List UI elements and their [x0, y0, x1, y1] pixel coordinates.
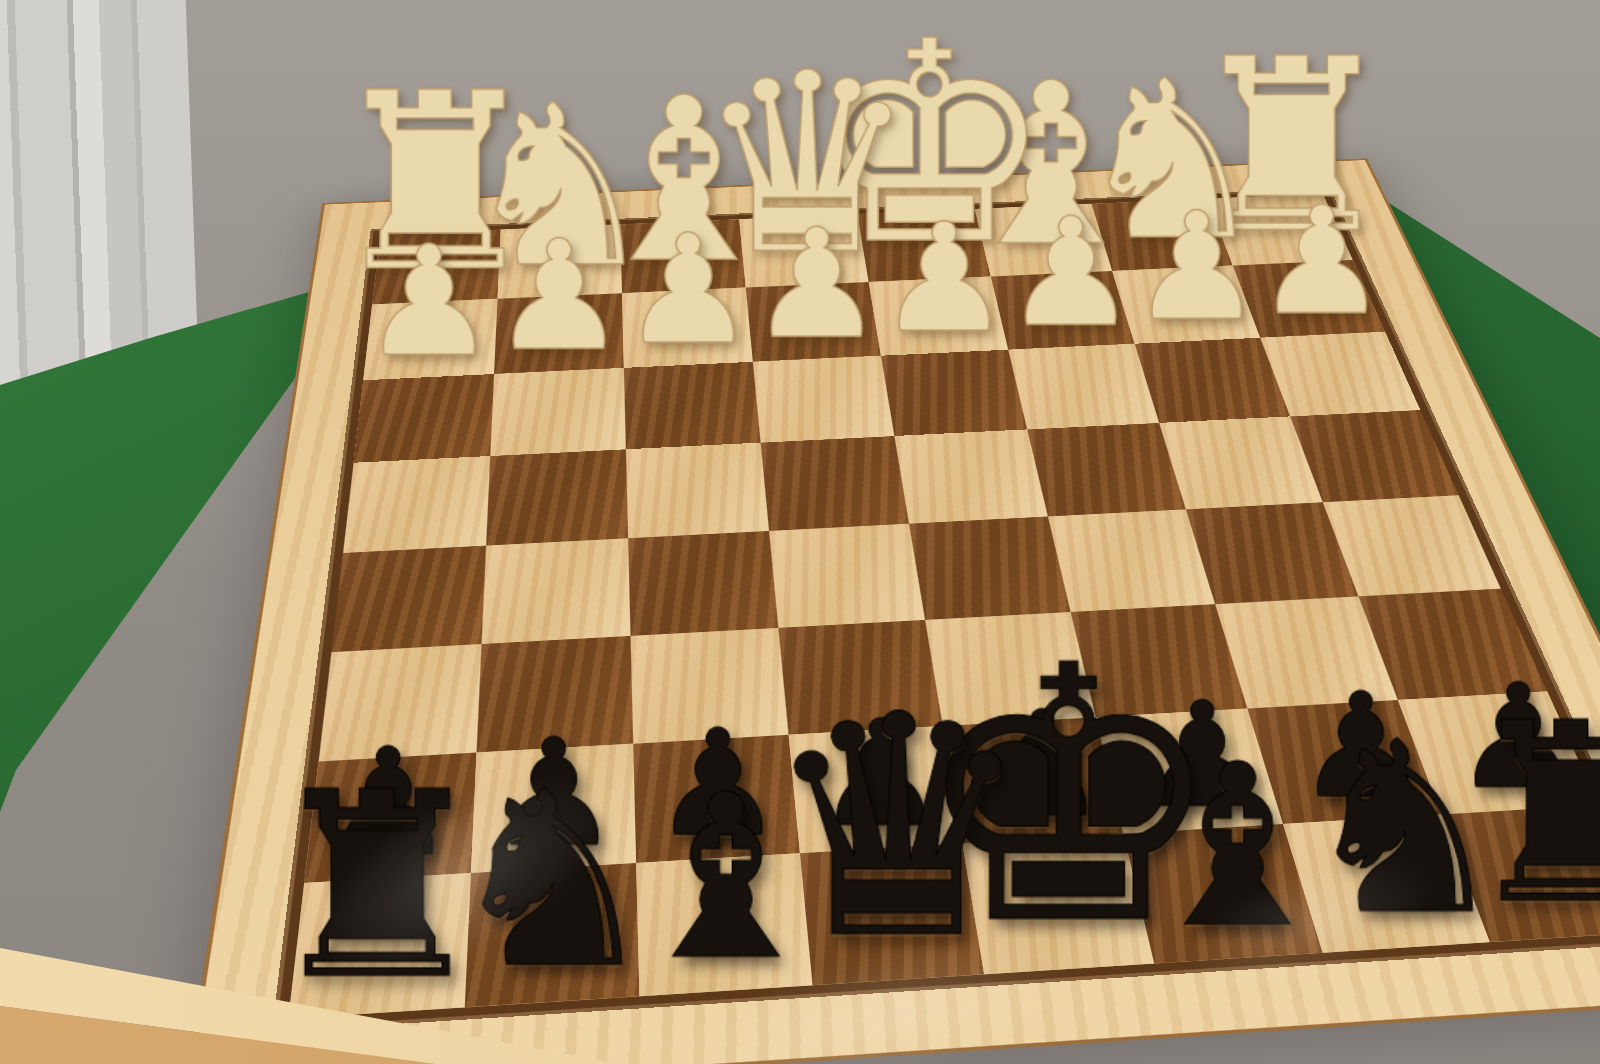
square-r3c4: [894, 429, 1048, 523]
square-r7c3: ♛: [800, 843, 984, 985]
chess-board: ♜♞♝♛♚♝♞♜♟♟♟♟♟♟♟♟♟♟♟♟♟♟♟♟♜♞♝♛♚♝♞♜: [188, 160, 1600, 1064]
piece-black-rook: ♜: [263, 765, 492, 1008]
board-perspective-wrap: ♜♞♝♛♚♝♞♜♟♟♟♟♟♟♟♟♟♟♟♟♟♟♟♟♜♞♝♛♚♝♞♜: [188, 160, 1600, 1064]
square-r2c2: [624, 362, 761, 449]
piece-ivory-pawn: ♟: [621, 219, 756, 362]
piece-ivory-pawn: ♟: [1255, 191, 1388, 332]
square-r1c0: ♟: [363, 299, 497, 380]
board-grid: ♜♞♝♛♚♝♞♜♟♟♟♟♟♟♟♟♟♟♟♟♟♟♟♟♜♞♝♛♚♝♞♜: [288, 194, 1600, 1019]
piece-ivory-pawn: ♟: [1004, 202, 1138, 344]
square-r4c2: [628, 531, 778, 636]
square-r2c4: [881, 350, 1027, 436]
square-r1c2: ♟: [622, 288, 753, 368]
piece-ivory-pawn: ♟: [361, 230, 497, 374]
square-r3c2: [626, 443, 769, 539]
piece-ivory-pawn: ♟: [1130, 197, 1264, 338]
square-r1c4: ♟: [869, 276, 1009, 355]
square-r7c0: ♜: [288, 873, 471, 1019]
square-r3c5: [1027, 423, 1186, 517]
square-r1c1: ♟: [494, 293, 624, 374]
square-r1c3: ♟: [746, 282, 881, 362]
square-r3c0: [343, 456, 490, 553]
wainscot-panel: [0, 0, 201, 433]
square-r4c1: [482, 538, 631, 644]
square-r3c3: [761, 436, 909, 531]
piece-ivory-pawn: ♟: [749, 213, 884, 356]
photo-scene: ♜♞♝♛♚♝♞♜♟♟♟♟♟♟♟♟♟♟♟♟♟♟♟♟♜♞♝♛♚♝♞♜: [0, 0, 1600, 1064]
square-r7c2: ♝: [636, 853, 812, 996]
square-r4c0: [331, 546, 486, 653]
square-r3c1: [486, 449, 628, 545]
square-r4c3: [769, 524, 925, 628]
square-r2c3: [753, 356, 895, 443]
piece-ivory-pawn: ♟: [877, 208, 1011, 350]
square-r2c5: [1008, 344, 1159, 430]
square-r2c0: [354, 374, 494, 463]
piece-ivory-pawn: ♟: [491, 224, 627, 368]
square-r2c1: [490, 368, 626, 456]
square-r1c5: ♟: [991, 271, 1135, 350]
